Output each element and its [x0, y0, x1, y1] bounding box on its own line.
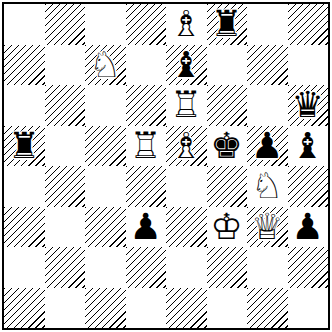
piece-halo: ♞	[85, 45, 126, 86]
square-h4[interactable]	[288, 166, 329, 207]
black-bishop-icon[interactable]: ♝	[166, 45, 207, 86]
square-h2[interactable]	[288, 247, 329, 288]
square-a8[interactable]	[4, 4, 45, 45]
white-queen-icon[interactable]: ♕	[247, 207, 288, 248]
black-bishop-icon[interactable]: ♝	[288, 126, 329, 167]
square-d2[interactable]	[126, 247, 167, 288]
square-b7[interactable]	[45, 45, 86, 86]
square-g4[interactable]: ♞♘	[247, 166, 288, 207]
black-pawn-icon[interactable]: ♟	[247, 126, 288, 167]
piece-halo: ♟	[288, 207, 329, 248]
square-b6[interactable]	[45, 85, 86, 126]
square-c2[interactable]	[85, 247, 126, 288]
square-g7[interactable]	[247, 45, 288, 86]
piece-halo: ♝	[166, 126, 207, 167]
square-f4[interactable]	[207, 166, 248, 207]
piece-halo: ♜	[207, 4, 248, 45]
square-a6[interactable]	[4, 85, 45, 126]
piece-halo: ♛	[288, 85, 329, 126]
square-a4[interactable]	[4, 166, 45, 207]
piece-halo: ♝	[288, 126, 329, 167]
square-c8[interactable]	[85, 4, 126, 45]
square-c4[interactable]	[85, 166, 126, 207]
black-rook-icon[interactable]: ♜	[4, 126, 45, 167]
square-f5[interactable]: ♚♚	[207, 126, 248, 167]
square-d3[interactable]: ♟♟	[126, 207, 167, 248]
black-king-icon[interactable]: ♚	[207, 126, 248, 167]
piece-halo: ♟	[126, 207, 167, 248]
square-g1[interactable]	[247, 288, 288, 329]
square-a3[interactable]	[4, 207, 45, 248]
square-e6[interactable]: ♜♖	[166, 85, 207, 126]
square-f3[interactable]: ♚♔	[207, 207, 248, 248]
square-g6[interactable]	[247, 85, 288, 126]
square-b2[interactable]	[45, 247, 86, 288]
square-a2[interactable]	[4, 247, 45, 288]
black-pawn-icon[interactable]: ♟	[126, 207, 167, 248]
white-bishop-icon[interactable]: ♗	[166, 4, 207, 45]
square-e2[interactable]	[166, 247, 207, 288]
square-g8[interactable]	[247, 4, 288, 45]
square-c7[interactable]: ♞♘	[85, 45, 126, 86]
square-h1[interactable]	[288, 288, 329, 329]
piece-halo: ♞	[247, 166, 288, 207]
square-c5[interactable]	[85, 126, 126, 167]
square-e1[interactable]	[166, 288, 207, 329]
chess-diagram: ♝♗♜♜♞♘♝♝♜♖♛♛♜♜♜♖♝♗♚♚♟♟♝♝♞♘♟♟♚♔♛♕♟♟	[0, 0, 332, 332]
square-f8[interactable]: ♜♜	[207, 4, 248, 45]
square-e5[interactable]: ♝♗	[166, 126, 207, 167]
chess-board: ♝♗♜♜♞♘♝♝♜♖♛♛♜♜♜♖♝♗♚♚♟♟♝♝♞♘♟♟♚♔♛♕♟♟	[2, 2, 330, 330]
square-c3[interactable]	[85, 207, 126, 248]
square-h8[interactable]	[288, 4, 329, 45]
square-b4[interactable]	[45, 166, 86, 207]
black-rook-icon[interactable]: ♜	[207, 4, 248, 45]
square-d1[interactable]	[126, 288, 167, 329]
white-king-icon[interactable]: ♔	[207, 207, 248, 248]
square-f7[interactable]	[207, 45, 248, 86]
square-c6[interactable]	[85, 85, 126, 126]
square-g5[interactable]: ♟♟	[247, 126, 288, 167]
white-bishop-icon[interactable]: ♗	[166, 126, 207, 167]
piece-halo: ♜	[166, 85, 207, 126]
square-e7[interactable]: ♝♝	[166, 45, 207, 86]
square-h3[interactable]: ♟♟	[288, 207, 329, 248]
square-d6[interactable]	[126, 85, 167, 126]
piece-halo: ♟	[247, 126, 288, 167]
square-h6[interactable]: ♛♛	[288, 85, 329, 126]
square-e8[interactable]: ♝♗	[166, 4, 207, 45]
square-g2[interactable]	[247, 247, 288, 288]
square-f1[interactable]	[207, 288, 248, 329]
piece-halo: ♝	[166, 45, 207, 86]
piece-halo: ♜	[126, 126, 167, 167]
white-rook-icon[interactable]: ♖	[126, 126, 167, 167]
piece-halo: ♝	[166, 4, 207, 45]
square-f6[interactable]	[207, 85, 248, 126]
square-e3[interactable]	[166, 207, 207, 248]
square-d8[interactable]	[126, 4, 167, 45]
square-g3[interactable]: ♛♕	[247, 207, 288, 248]
black-queen-icon[interactable]: ♛	[288, 85, 329, 126]
piece-halo: ♚	[207, 126, 248, 167]
white-knight-icon[interactable]: ♘	[247, 166, 288, 207]
square-h5[interactable]: ♝♝	[288, 126, 329, 167]
square-d7[interactable]	[126, 45, 167, 86]
square-a5[interactable]: ♜♜	[4, 126, 45, 167]
square-h7[interactable]	[288, 45, 329, 86]
piece-halo: ♛	[247, 207, 288, 248]
square-a1[interactable]	[4, 288, 45, 329]
white-knight-icon[interactable]: ♘	[85, 45, 126, 86]
square-e4[interactable]	[166, 166, 207, 207]
white-rook-icon[interactable]: ♖	[166, 85, 207, 126]
square-b8[interactable]	[45, 4, 86, 45]
square-d4[interactable]	[126, 166, 167, 207]
black-pawn-icon[interactable]: ♟	[288, 207, 329, 248]
square-a7[interactable]	[4, 45, 45, 86]
square-b5[interactable]	[45, 126, 86, 167]
square-b1[interactable]	[45, 288, 86, 329]
square-c1[interactable]	[85, 288, 126, 329]
piece-halo: ♜	[4, 126, 45, 167]
piece-halo: ♚	[207, 207, 248, 248]
square-d5[interactable]: ♜♖	[126, 126, 167, 167]
square-f2[interactable]	[207, 247, 248, 288]
square-b3[interactable]	[45, 207, 86, 248]
